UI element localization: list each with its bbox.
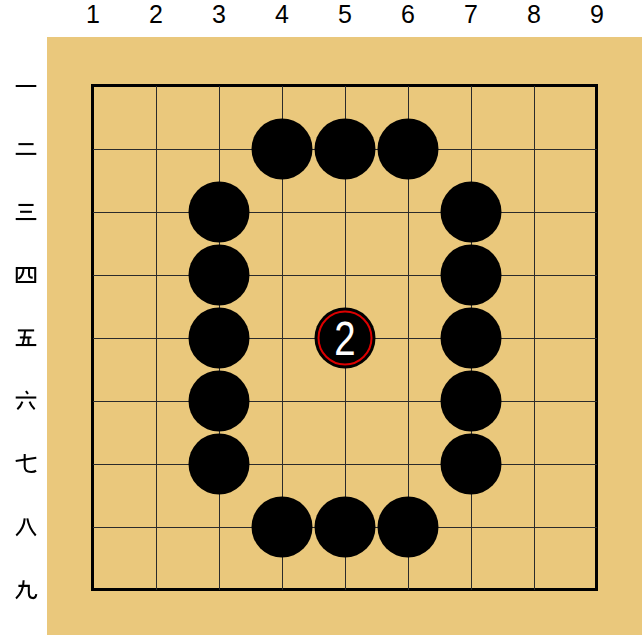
column-label-1: 1 [86,1,100,28]
black-stone-c7-r4 [441,245,502,306]
black-stone-c3-r6 [189,371,250,432]
black-stone-c3-r5 [189,308,250,369]
column-label-9: 9 [590,1,604,28]
black-stone-c3-r7 [189,434,250,495]
row-label-7 [13,451,39,477]
black-stone-c3-r3 [189,182,250,243]
row-label-9 [13,577,39,603]
black-stone-c4-r2 [252,119,313,180]
column-label-5: 5 [338,1,352,28]
black-stone-c5-r8 [315,497,376,558]
column-label-3: 3 [212,1,226,28]
black-stone-c5-r2 [315,119,376,180]
stones-layer: 2 [93,86,597,590]
black-stone-c7-r7 [441,434,502,495]
black-stone-c6-r2 [378,119,439,180]
row-label-4 [13,262,39,288]
row-label-5 [13,325,39,351]
go-diagram-page: 2 123456789 [0,0,642,635]
black-stone-c7-r3 [441,182,502,243]
row-label-2 [13,136,39,162]
column-label-7: 7 [464,1,478,28]
column-label-4: 4 [275,1,289,28]
column-label-8: 8 [527,1,541,28]
black-stone-c3-r4 [189,245,250,306]
black-stone-c7-r6 [441,371,502,432]
black-stone-marked-move-2: 2 [315,308,376,369]
move-number-label: 2 [334,308,355,369]
black-stone-c6-r8 [378,497,439,558]
column-label-6: 6 [401,1,415,28]
black-stone-c7-r5 [441,308,502,369]
row-label-6 [13,388,39,414]
column-label-2: 2 [149,1,163,28]
row-label-8 [13,514,39,540]
row-label-3 [13,199,39,225]
row-label-1 [13,73,39,99]
black-stone-c4-r8 [252,497,313,558]
